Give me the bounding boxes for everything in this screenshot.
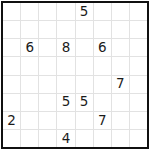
cell-r8c5[interactable] (76, 130, 93, 147)
cell-r3c8[interactable] (130, 39, 147, 56)
cell-r7c3[interactable] (39, 112, 56, 129)
cell-r4c4[interactable] (57, 57, 74, 74)
cell-r5c5[interactable] (76, 76, 93, 93)
cell-r1c4[interactable] (57, 3, 74, 20)
cell-r1c2[interactable] (21, 3, 38, 20)
cell-r5c1[interactable] (3, 76, 20, 93)
cell-r8c3[interactable] (39, 130, 56, 147)
cell-r8c7[interactable] (112, 130, 129, 147)
cell-r7c4[interactable] (57, 112, 74, 129)
cell-r2c4[interactable] (57, 21, 74, 38)
cell-r2c6[interactable] (94, 21, 111, 38)
cell-r6c7[interactable] (112, 94, 129, 111)
cell-r2c5[interactable] (76, 21, 93, 38)
cell-r5c6[interactable] (94, 76, 111, 93)
cell-r4c1[interactable] (3, 57, 20, 74)
cell-r1c3[interactable] (39, 3, 56, 20)
cell-r4c7[interactable] (112, 57, 129, 74)
cell-r3c7[interactable] (112, 39, 129, 56)
cell-r5c8[interactable] (130, 76, 147, 93)
cell-r7c8[interactable] (130, 112, 147, 129)
cell-r4c8[interactable] (130, 57, 147, 74)
cell-r5c4[interactable] (57, 76, 74, 93)
cell-r6c2[interactable] (21, 94, 38, 111)
cell-r2c3[interactable] (39, 21, 56, 38)
cell-r3c3[interactable] (39, 39, 56, 56)
cell-r3c1[interactable] (3, 39, 20, 56)
clue-cell-r7c6[interactable]: 7 (94, 112, 111, 129)
cell-r2c1[interactable] (3, 21, 20, 38)
cell-r1c7[interactable] (112, 3, 129, 20)
cell-r8c6[interactable] (94, 130, 111, 147)
clue-cell-r8c4[interactable]: 4 (57, 130, 74, 147)
clue-cell-r3c6[interactable]: 6 (94, 39, 111, 56)
cell-r4c2[interactable] (21, 57, 38, 74)
cell-r8c1[interactable] (3, 130, 20, 147)
cell-r5c3[interactable] (39, 76, 56, 93)
cell-r1c8[interactable] (130, 3, 147, 20)
clue-cell-r5c7[interactable]: 7 (112, 76, 129, 93)
clue-cell-r6c5[interactable]: 5 (76, 94, 93, 111)
cell-r6c8[interactable] (130, 94, 147, 111)
cell-r6c1[interactable] (3, 94, 20, 111)
cell-r7c5[interactable] (76, 112, 93, 129)
cell-r6c6[interactable] (94, 94, 111, 111)
cell-r7c2[interactable] (21, 112, 38, 129)
cell-r8c2[interactable] (21, 130, 38, 147)
cell-r1c1[interactable] (3, 3, 20, 20)
cell-r4c5[interactable] (76, 57, 93, 74)
cell-r4c6[interactable] (94, 57, 111, 74)
cell-r8c8[interactable] (130, 130, 147, 147)
clue-cell-r6c4[interactable]: 5 (57, 94, 74, 111)
cell-r3c5[interactable] (76, 39, 93, 56)
cell-r2c2[interactable] (21, 21, 38, 38)
cell-r4c3[interactable] (39, 57, 56, 74)
clue-cell-r1c5[interactable]: 5 (76, 3, 93, 20)
cell-r5c2[interactable] (21, 76, 38, 93)
cell-r6c3[interactable] (39, 94, 56, 111)
puzzle-board: 5686755274 (1, 1, 149, 149)
cell-r1c6[interactable] (94, 3, 111, 20)
cell-r7c7[interactable] (112, 112, 129, 129)
cell-r2c7[interactable] (112, 21, 129, 38)
clue-cell-r3c2[interactable]: 6 (21, 39, 38, 56)
clue-cell-r3c4[interactable]: 8 (57, 39, 74, 56)
cell-r2c8[interactable] (130, 21, 147, 38)
clue-cell-r7c1[interactable]: 2 (3, 112, 20, 129)
